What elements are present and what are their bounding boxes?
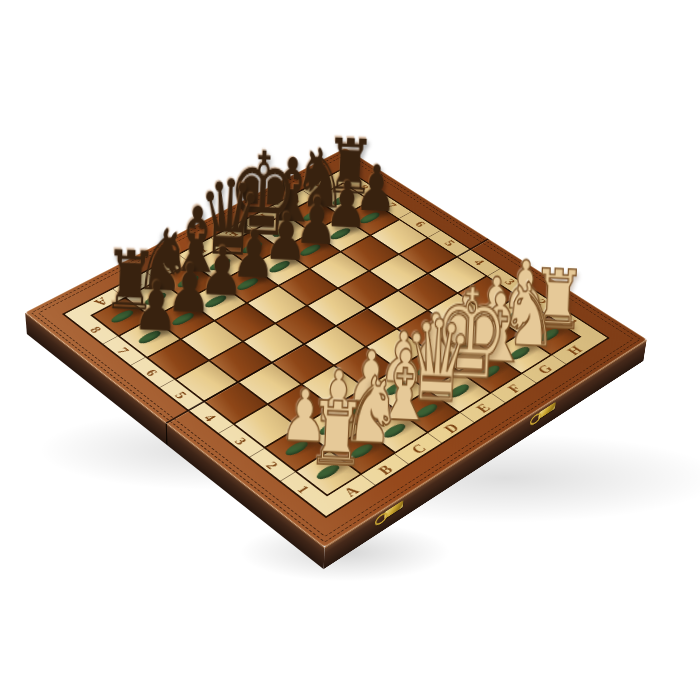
rank-label-1: 1 [295, 484, 313, 496]
file-label-a: A [341, 484, 362, 499]
rank-label-6: 6 [143, 368, 160, 378]
rank-label-7: 7 [115, 346, 132, 356]
rank-label-4: 4 [202, 412, 219, 423]
piece-black-pawn-a7[interactable]: ♟ [94, 270, 218, 344]
brass-latch [384, 500, 403, 519]
brass-latch [538, 402, 556, 420]
chess-board: ABCDEFGH ABCDEFGH 87654321 87654321 ♜♞♝♛… [25, 148, 647, 547]
chess-set-photo: ABCDEFGH ABCDEFGH 87654321 87654321 ♜♞♝♛… [0, 0, 700, 700]
rank-label-5: 5 [172, 390, 189, 401]
piece-white-rook-a1[interactable]: ♜ [270, 387, 404, 480]
rank-label-5: 5 [442, 239, 457, 248]
